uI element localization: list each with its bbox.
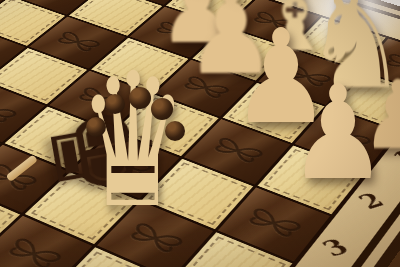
queen-crown-ball-3 [129,87,151,109]
rank-label-4: 3 [316,234,354,261]
queen-crown-ball-5 [165,121,185,141]
queen-crown-ball-2 [105,94,125,114]
white-queen[interactable]: ♛ [78,49,187,234]
white-pawn-g4[interactable]: ♟ [288,68,387,198]
burned-scroll-ornament [0,230,72,267]
burned-scroll-ornament [28,0,88,5]
chess-photo-scene: 123456abcdefgh ♟♝♟♞♟♟♚♟♛ [0,0,400,267]
queen-crown-ball-4 [151,98,173,120]
queen-crown-ball-1 [86,117,106,137]
